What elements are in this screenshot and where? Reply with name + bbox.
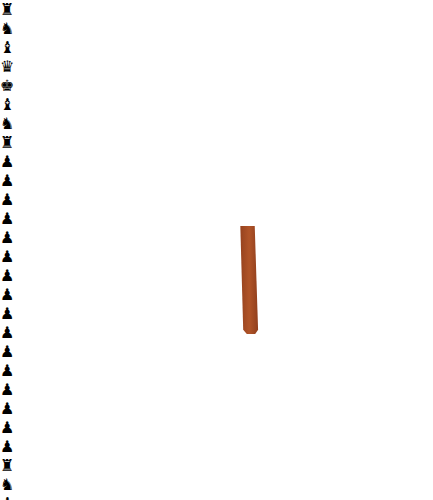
square-a8: ♜ — [0, 0, 433, 19]
square-g8: ♞ — [0, 114, 433, 133]
square-h8: ♜ — [0, 133, 433, 152]
square-c7: ♟ — [0, 190, 433, 209]
square-g7: ♟ — [0, 266, 433, 285]
black-pawn: ♟ — [0, 171, 14, 190]
black-pawn: ♟ — [0, 209, 14, 228]
square-c2: ♟ — [0, 342, 433, 361]
black-pawn: ♟ — [0, 266, 14, 285]
white-knight: ♞ — [0, 475, 14, 494]
black-pawn: ♟ — [0, 152, 14, 171]
square-e2: ♟ — [0, 380, 433, 399]
square-d8: ♛ — [0, 57, 433, 76]
black-knight: ♞ — [0, 19, 14, 38]
square-b2: ♟ — [0, 323, 433, 342]
black-pawn: ♟ — [0, 228, 14, 247]
black-bishop: ♝ — [0, 95, 14, 114]
black-pawn: ♟ — [0, 285, 14, 304]
black-pawn: ♟ — [0, 247, 14, 266]
white-pawn: ♟ — [0, 342, 14, 361]
square-h2: ♟ — [0, 437, 433, 456]
white-pawn: ♟ — [0, 361, 14, 380]
black-pawn: ♟ — [0, 190, 14, 209]
white-pawn: ♟ — [0, 418, 14, 437]
square-a7: ♟ — [0, 152, 433, 171]
square-a1: ♜ — [0, 456, 433, 475]
black-rook: ♜ — [0, 133, 14, 152]
white-rook: ♜ — [0, 456, 14, 475]
white-pawn: ♟ — [0, 437, 14, 456]
square-b8: ♞ — [0, 19, 433, 38]
square-c1: ♝ — [0, 494, 433, 500]
square-f8: ♝ — [0, 95, 433, 114]
black-rook: ♜ — [0, 0, 14, 19]
square-a2: ♟ — [0, 304, 433, 323]
black-knight: ♞ — [0, 114, 14, 133]
white-pawn: ♟ — [0, 304, 14, 323]
square-d2: ♟ — [0, 361, 433, 380]
square-e8: ♚ — [0, 76, 433, 95]
white-pawn: ♟ — [0, 323, 14, 342]
black-queen: ♛ — [0, 57, 14, 76]
black-king: ♚ — [0, 76, 14, 95]
black-bishop: ♝ — [0, 38, 14, 57]
square-h7: ♟ — [0, 285, 433, 304]
square-c8: ♝ — [0, 38, 433, 57]
square-g2: ♟ — [0, 418, 433, 437]
white-bishop: ♝ — [0, 494, 14, 500]
white-pawn: ♟ — [0, 380, 14, 399]
white-pawn: ♟ — [0, 399, 14, 418]
square-b1: ♞ — [0, 475, 433, 494]
chess-table-photo: ♜♞♝♛♚♝♞♜♟♟♟♟♟♟♟♟♟♟♟♟♟♟♟♟♜♞♝♛♚♝♞♜ — [0, 0, 433, 500]
square-b7: ♟ — [0, 171, 433, 190]
square-f2: ♟ — [0, 399, 433, 418]
